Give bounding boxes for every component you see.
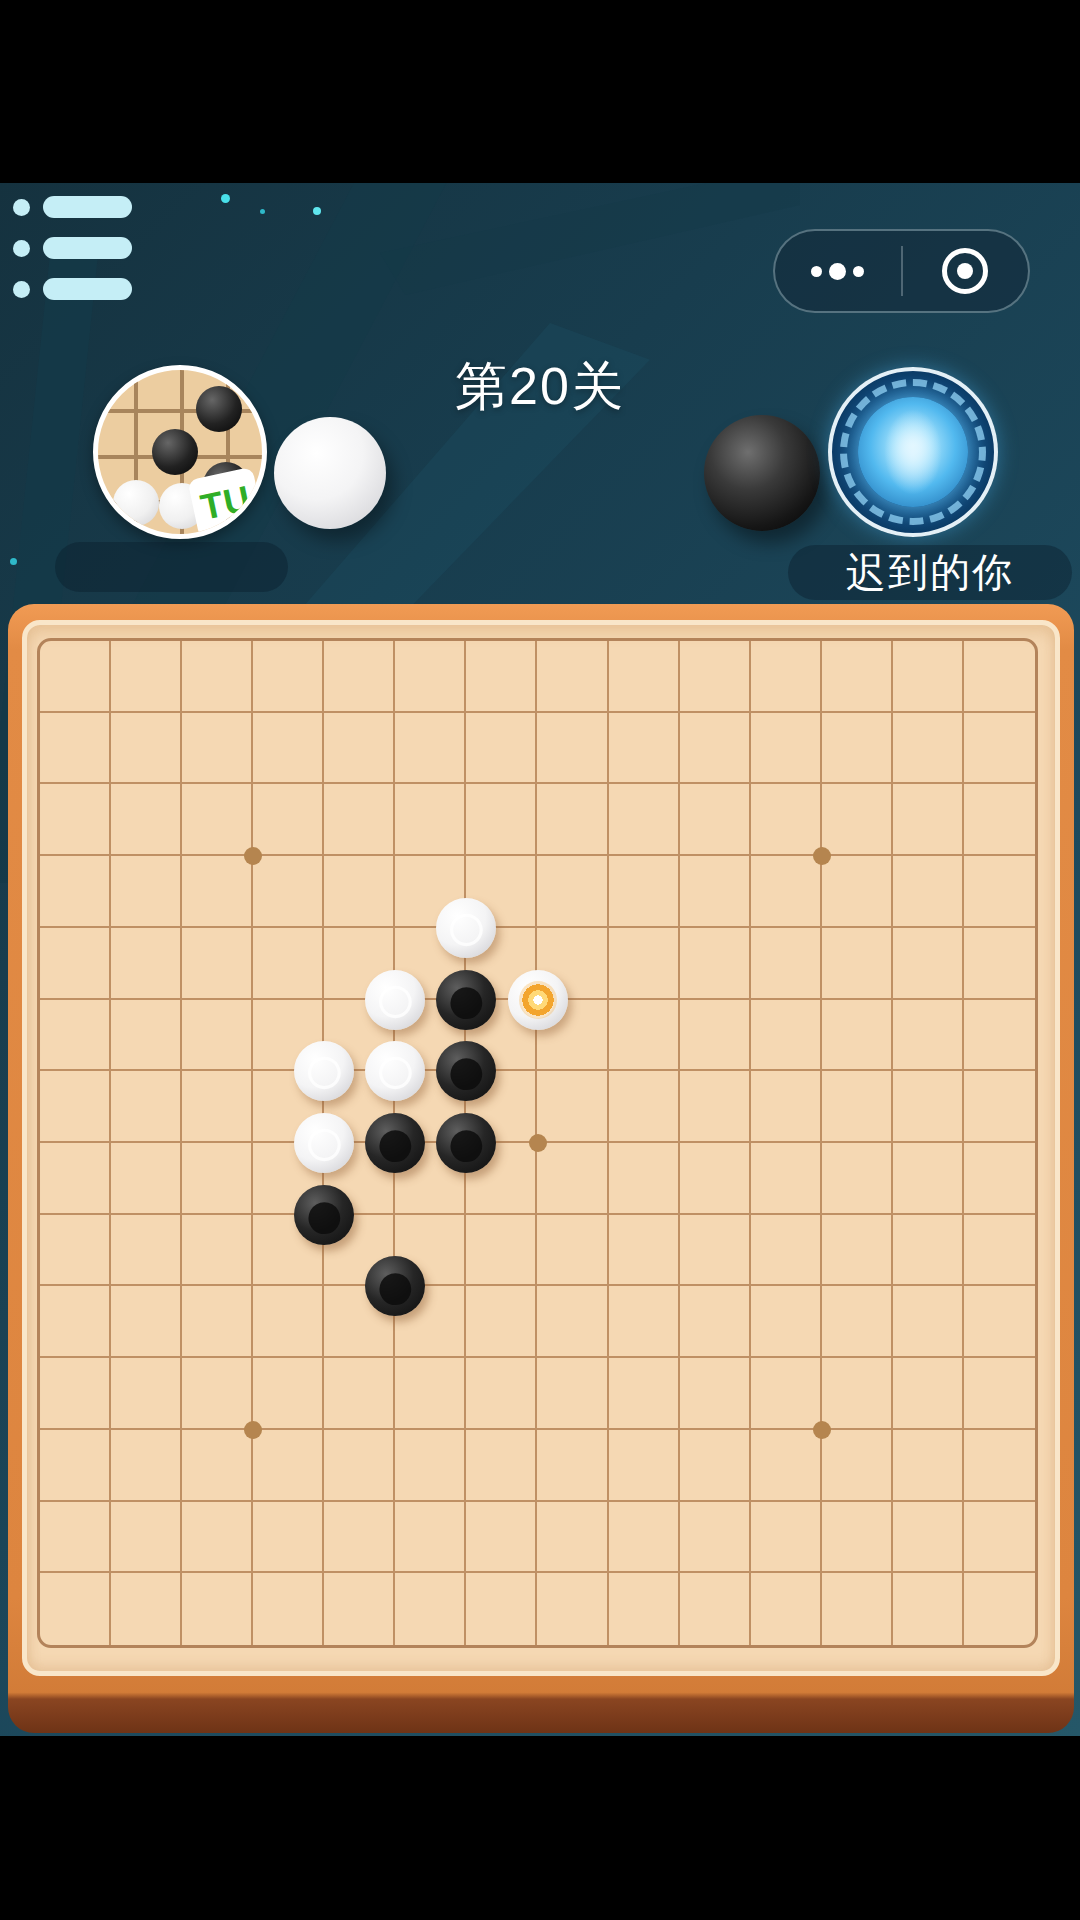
white-player-avatar: TU <box>93 365 267 539</box>
white-stone: ○ <box>365 1041 425 1101</box>
avatar-black-stone <box>196 386 242 432</box>
game-screen: 第20关 TU ○ ● 迟到的你 <box>0 183 1080 1736</box>
menu-bullet-icon <box>13 281 30 298</box>
board-panel: ○○●○○○●○●●●● <box>22 620 1060 1676</box>
white-stone-glyph: ○ <box>274 417 386 529</box>
black-stone: ● <box>365 1256 425 1316</box>
star-point <box>813 847 831 865</box>
white-stone: ○ <box>294 1113 354 1173</box>
particle-dot <box>313 207 321 215</box>
left-nameplate <box>55 542 288 592</box>
screenshot-root: 第20关 TU ○ ● 迟到的你 <box>0 0 1080 1920</box>
menu-icon-row <box>13 237 132 259</box>
stone-glyph: ● <box>436 1113 496 1173</box>
stone-glyph: ○ <box>365 1041 425 1101</box>
star-point <box>244 1421 262 1439</box>
avatar-white-stone <box>113 480 159 526</box>
menu-bullet-icon <box>13 240 30 257</box>
wechat-capsule <box>773 229 1030 313</box>
target-core-icon <box>957 263 973 279</box>
particle-dot <box>10 558 17 565</box>
board-grid[interactable]: ○○●○○○●○●●●● <box>37 638 1038 1648</box>
white-stone-indicator: ○ <box>274 417 386 529</box>
stone-glyph: ○ <box>436 898 496 958</box>
black-stone-glyph: ● <box>704 415 820 531</box>
black-stone: ● <box>436 1113 496 1173</box>
menu-bar-icon <box>43 278 132 300</box>
avatar-black-stone <box>152 429 198 475</box>
black-stone: ● <box>365 1113 425 1173</box>
white-stone: ○ <box>365 970 425 1030</box>
gomoku-board: ○○●○○○●○●●●● <box>8 604 1074 1733</box>
stone-glyph: ● <box>294 1185 354 1245</box>
white-stone: ○ <box>436 898 496 958</box>
more-options-button[interactable] <box>775 231 901 311</box>
right-nameplate: 迟到的你 <box>788 545 1072 600</box>
star-point <box>529 1134 547 1152</box>
black-stone: ● <box>436 1041 496 1101</box>
black-stone: ● <box>294 1185 354 1245</box>
more-dot-icon <box>811 266 822 277</box>
avatar-fingerprint-icon <box>884 409 942 495</box>
last-move-marker <box>519 981 557 1019</box>
board-points-layer: ○○●○○○●○●●●● <box>40 641 1035 1645</box>
stone-glyph: ● <box>365 1113 425 1173</box>
particle-dot <box>260 209 265 214</box>
more-dot-icon <box>853 266 864 277</box>
black-stone: ● <box>436 970 496 1030</box>
close-minimize-button[interactable] <box>903 231 1029 311</box>
stone-glyph: ○ <box>294 1041 354 1101</box>
star-point <box>244 847 262 865</box>
white-stone: ○ <box>294 1041 354 1101</box>
menu-bullet-icon <box>13 199 30 216</box>
white-stone: ○ <box>508 970 568 1030</box>
menu-bar-icon <box>43 237 132 259</box>
menu-bar-icon <box>43 196 132 218</box>
stone-glyph: ● <box>436 1041 496 1101</box>
stone-glyph: ○ <box>294 1113 354 1173</box>
particle-dot <box>221 194 230 203</box>
menu-icon-row <box>13 278 132 300</box>
stone-glyph: ● <box>365 1256 425 1316</box>
menu-icon[interactable] <box>13 196 132 300</box>
stone-glyph: ○ <box>365 970 425 1030</box>
black-stone-indicator: ● <box>704 415 820 531</box>
menu-icon-row <box>13 196 132 218</box>
target-circle-icon <box>942 248 988 294</box>
more-dot-icon <box>829 263 846 280</box>
black-player-avatar <box>828 367 998 537</box>
star-point <box>813 1421 831 1439</box>
stone-glyph: ● <box>436 970 496 1030</box>
